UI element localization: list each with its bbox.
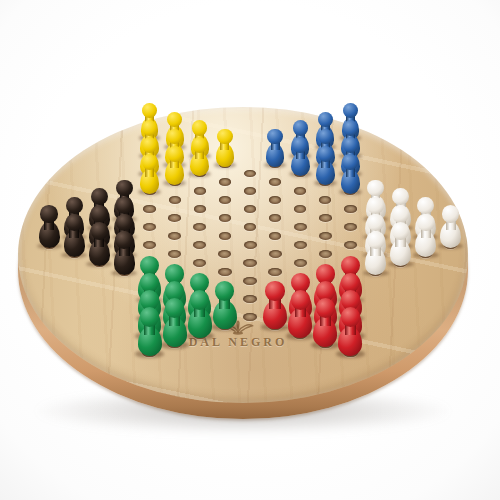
board-hole[interactable] [194, 205, 206, 213]
peg-head [343, 137, 358, 153]
product-photo: { "game": "chinese-checkers", "title": "… [0, 0, 500, 500]
peg-head [167, 146, 183, 162]
peg-green[interactable] [188, 290, 212, 338]
board-hole[interactable] [294, 205, 306, 213]
peg-head [267, 129, 282, 145]
peg-white[interactable] [440, 205, 461, 248]
peg-red[interactable] [338, 307, 362, 356]
peg-blue[interactable] [316, 146, 335, 185]
board-hole[interactable] [294, 187, 306, 194]
peg-head [316, 298, 336, 318]
peg-head [318, 146, 334, 162]
peg-red[interactable] [263, 281, 286, 329]
peg-head [40, 205, 57, 223]
peg-head [116, 214, 133, 232]
peg-blue[interactable] [291, 137, 310, 176]
board-hole[interactable] [344, 205, 356, 213]
peg-head [417, 197, 434, 214]
peg-head [190, 290, 209, 310]
peg-head [367, 197, 384, 214]
board-hole[interactable] [244, 241, 257, 249]
peg-black[interactable] [114, 231, 136, 276]
peg-head [291, 290, 310, 310]
peg-head [142, 154, 158, 170]
peg-yellow[interactable] [165, 146, 184, 185]
peg-head [341, 307, 361, 327]
board-hole[interactable] [344, 223, 357, 231]
board-hole[interactable] [143, 205, 155, 213]
board-hole[interactable] [344, 241, 357, 249]
board-hole[interactable] [193, 223, 206, 231]
peg-head [91, 222, 109, 240]
board-hole[interactable] [244, 205, 256, 213]
peg-head [192, 120, 207, 135]
peg-head [192, 137, 207, 153]
board-hole[interactable] [269, 178, 281, 185]
board-hole[interactable] [268, 268, 282, 276]
peg-head [140, 307, 160, 327]
peg-head [417, 214, 434, 232]
peg-head [116, 197, 133, 214]
peg-head [265, 281, 284, 301]
scene: DAL NEGRO [0, 0, 500, 500]
board-hole[interactable] [269, 196, 281, 204]
board-hole[interactable] [244, 170, 256, 177]
peg-head [215, 281, 234, 301]
board-hole[interactable] [294, 223, 307, 231]
board-hole[interactable] [243, 295, 257, 304]
board-hole[interactable] [219, 214, 232, 222]
board-hole[interactable] [319, 250, 332, 258]
peg-head [293, 120, 308, 135]
board-hole[interactable] [168, 214, 181, 222]
peg-black[interactable] [89, 222, 111, 266]
board-hole[interactable] [219, 232, 232, 240]
board-hole[interactable] [244, 187, 256, 194]
peg-black[interactable] [64, 214, 85, 258]
board-hole[interactable] [143, 241, 156, 249]
peg-head [318, 129, 333, 145]
board-hole[interactable] [169, 196, 181, 204]
peg-head [217, 129, 232, 145]
board-hole[interactable] [168, 232, 181, 240]
board-hole[interactable] [219, 196, 231, 204]
peg-head [318, 112, 333, 127]
peg-green[interactable] [213, 281, 236, 329]
peg-white[interactable] [365, 231, 387, 276]
peg-head [367, 231, 385, 249]
board-hole[interactable] [194, 187, 206, 194]
board-hole[interactable] [269, 214, 282, 222]
peg-head [115, 231, 133, 249]
peg-head [442, 205, 459, 223]
peg-yellow[interactable] [190, 137, 209, 176]
peg-head [66, 214, 83, 232]
board-hole[interactable] [319, 232, 332, 240]
peg-black[interactable] [39, 205, 60, 248]
board-hole[interactable] [218, 268, 232, 276]
peg-head [91, 205, 108, 223]
peg-yellow[interactable] [216, 129, 235, 167]
board-hole[interactable] [243, 259, 256, 267]
board-hole[interactable] [219, 178, 231, 185]
board-hole[interactable] [269, 250, 282, 258]
peg-head [167, 112, 182, 127]
peg-head [292, 137, 307, 153]
board-hole[interactable] [319, 214, 332, 222]
peg-head [66, 197, 83, 214]
peg-red[interactable] [313, 298, 337, 347]
board-hole[interactable] [294, 241, 307, 249]
board-hole[interactable] [143, 223, 156, 231]
peg-white[interactable] [415, 214, 436, 258]
peg-head [343, 120, 358, 135]
peg-head [165, 298, 185, 318]
peg-green[interactable] [138, 307, 162, 356]
peg-head [167, 129, 182, 145]
peg-green[interactable] [163, 298, 187, 347]
peg-head [392, 205, 409, 223]
peg-white[interactable] [390, 222, 412, 266]
peg-head [142, 120, 157, 135]
peg-head [392, 188, 409, 205]
peg-head [392, 222, 410, 240]
board-hole[interactable] [243, 277, 257, 285]
peg-head [367, 214, 384, 232]
peg-head [343, 103, 358, 118]
board-hole[interactable] [294, 259, 307, 267]
peg-head [142, 103, 157, 118]
peg-head [342, 154, 358, 170]
peg-blue[interactable] [266, 129, 285, 167]
peg-head [116, 180, 133, 197]
board-hole[interactable] [244, 223, 257, 231]
peg-red[interactable] [288, 290, 312, 338]
peg-blue[interactable] [341, 154, 360, 194]
peg-head [142, 137, 157, 153]
peg-yellow[interactable] [140, 154, 159, 194]
peg-head [367, 180, 384, 197]
peg-head [91, 188, 108, 205]
